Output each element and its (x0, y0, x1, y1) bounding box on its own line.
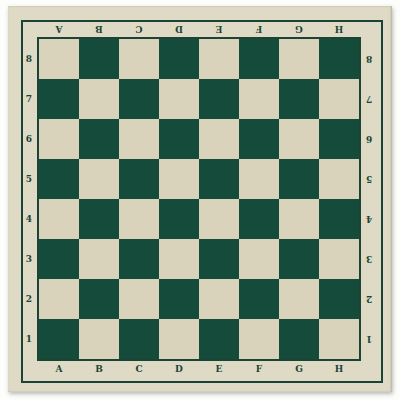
rank-label: 5 (22, 159, 36, 199)
square-a8[interactable] (39, 39, 79, 79)
square-d2[interactable] (159, 279, 199, 319)
square-g2[interactable] (279, 279, 319, 319)
file-labels-top: ABCDEFGH (39, 21, 359, 36)
square-a3[interactable] (39, 239, 79, 279)
square-c3[interactable] (119, 239, 159, 279)
rank-label: 3 (22, 239, 36, 279)
file-label: D (159, 362, 199, 376)
file-label: A (39, 362, 79, 376)
square-f2[interactable] (239, 279, 279, 319)
rank-label: 6 (362, 119, 376, 159)
file-label: D (159, 21, 199, 36)
square-a6[interactable] (39, 119, 79, 159)
square-c7[interactable] (119, 79, 159, 119)
square-a7[interactable] (39, 79, 79, 119)
square-c6[interactable] (119, 119, 159, 159)
square-b2[interactable] (79, 279, 119, 319)
photo-background: ABCDEFGH ABCDEFGH 87654321 87654321 (0, 0, 400, 400)
file-label: A (39, 21, 79, 36)
square-c1[interactable] (119, 319, 159, 359)
square-h5[interactable] (319, 159, 359, 199)
square-c2[interactable] (119, 279, 159, 319)
rank-label: 2 (22, 279, 36, 319)
square-d4[interactable] (159, 199, 199, 239)
square-f4[interactable] (239, 199, 279, 239)
square-g7[interactable] (279, 79, 319, 119)
square-f3[interactable] (239, 239, 279, 279)
square-g3[interactable] (279, 239, 319, 279)
square-b3[interactable] (79, 239, 119, 279)
rank-label: 4 (22, 199, 36, 239)
square-e5[interactable] (199, 159, 239, 199)
square-e4[interactable] (199, 199, 239, 239)
square-h8[interactable] (319, 39, 359, 79)
rank-label: 1 (362, 319, 376, 359)
rank-label: 2 (362, 279, 376, 319)
rank-label: 1 (22, 319, 36, 359)
rank-label: 8 (362, 39, 376, 79)
square-e7[interactable] (199, 79, 239, 119)
file-label: E (199, 362, 239, 376)
square-d8[interactable] (159, 39, 199, 79)
square-e8[interactable] (199, 39, 239, 79)
file-label: B (79, 362, 119, 376)
rank-label: 3 (362, 239, 376, 279)
rank-label: 8 (22, 39, 36, 79)
square-d6[interactable] (159, 119, 199, 159)
file-label: F (239, 21, 279, 36)
square-h7[interactable] (319, 79, 359, 119)
rank-label: 7 (362, 79, 376, 119)
square-h6[interactable] (319, 119, 359, 159)
file-label: C (119, 362, 159, 376)
square-g6[interactable] (279, 119, 319, 159)
file-label: C (119, 21, 159, 36)
square-e2[interactable] (199, 279, 239, 319)
square-b6[interactable] (79, 119, 119, 159)
file-label: E (199, 21, 239, 36)
rank-label: 5 (362, 159, 376, 199)
square-d5[interactable] (159, 159, 199, 199)
rank-label: 4 (362, 199, 376, 239)
file-label: B (79, 21, 119, 36)
square-a1[interactable] (39, 319, 79, 359)
square-e6[interactable] (199, 119, 239, 159)
square-d7[interactable] (159, 79, 199, 119)
file-label: F (239, 362, 279, 376)
square-a4[interactable] (39, 199, 79, 239)
file-label: H (319, 21, 359, 36)
square-c8[interactable] (119, 39, 159, 79)
square-f1[interactable] (239, 319, 279, 359)
file-label: G (279, 21, 319, 36)
square-h3[interactable] (319, 239, 359, 279)
square-g5[interactable] (279, 159, 319, 199)
chessboard-mat: ABCDEFGH ABCDEFGH 87654321 87654321 (8, 6, 392, 392)
square-a5[interactable] (39, 159, 79, 199)
square-g4[interactable] (279, 199, 319, 239)
file-labels-bottom: ABCDEFGH (39, 362, 359, 376)
square-h2[interactable] (319, 279, 359, 319)
chess-board (37, 37, 361, 361)
square-h1[interactable] (319, 319, 359, 359)
square-b8[interactable] (79, 39, 119, 79)
square-e3[interactable] (199, 239, 239, 279)
square-f6[interactable] (239, 119, 279, 159)
square-g8[interactable] (279, 39, 319, 79)
square-b1[interactable] (79, 319, 119, 359)
rank-labels-left: 87654321 (22, 39, 36, 359)
square-h4[interactable] (319, 199, 359, 239)
square-b7[interactable] (79, 79, 119, 119)
square-c5[interactable] (119, 159, 159, 199)
square-f5[interactable] (239, 159, 279, 199)
file-label: H (319, 362, 359, 376)
rank-label: 7 (22, 79, 36, 119)
square-d3[interactable] (159, 239, 199, 279)
square-c4[interactable] (119, 199, 159, 239)
square-g1[interactable] (279, 319, 319, 359)
square-a2[interactable] (39, 279, 79, 319)
rank-label: 6 (22, 119, 36, 159)
square-b4[interactable] (79, 199, 119, 239)
square-b5[interactable] (79, 159, 119, 199)
square-f7[interactable] (239, 79, 279, 119)
file-label: G (279, 362, 319, 376)
square-f8[interactable] (239, 39, 279, 79)
rank-labels-right: 87654321 (362, 39, 376, 359)
square-e1[interactable] (199, 319, 239, 359)
square-d1[interactable] (159, 319, 199, 359)
